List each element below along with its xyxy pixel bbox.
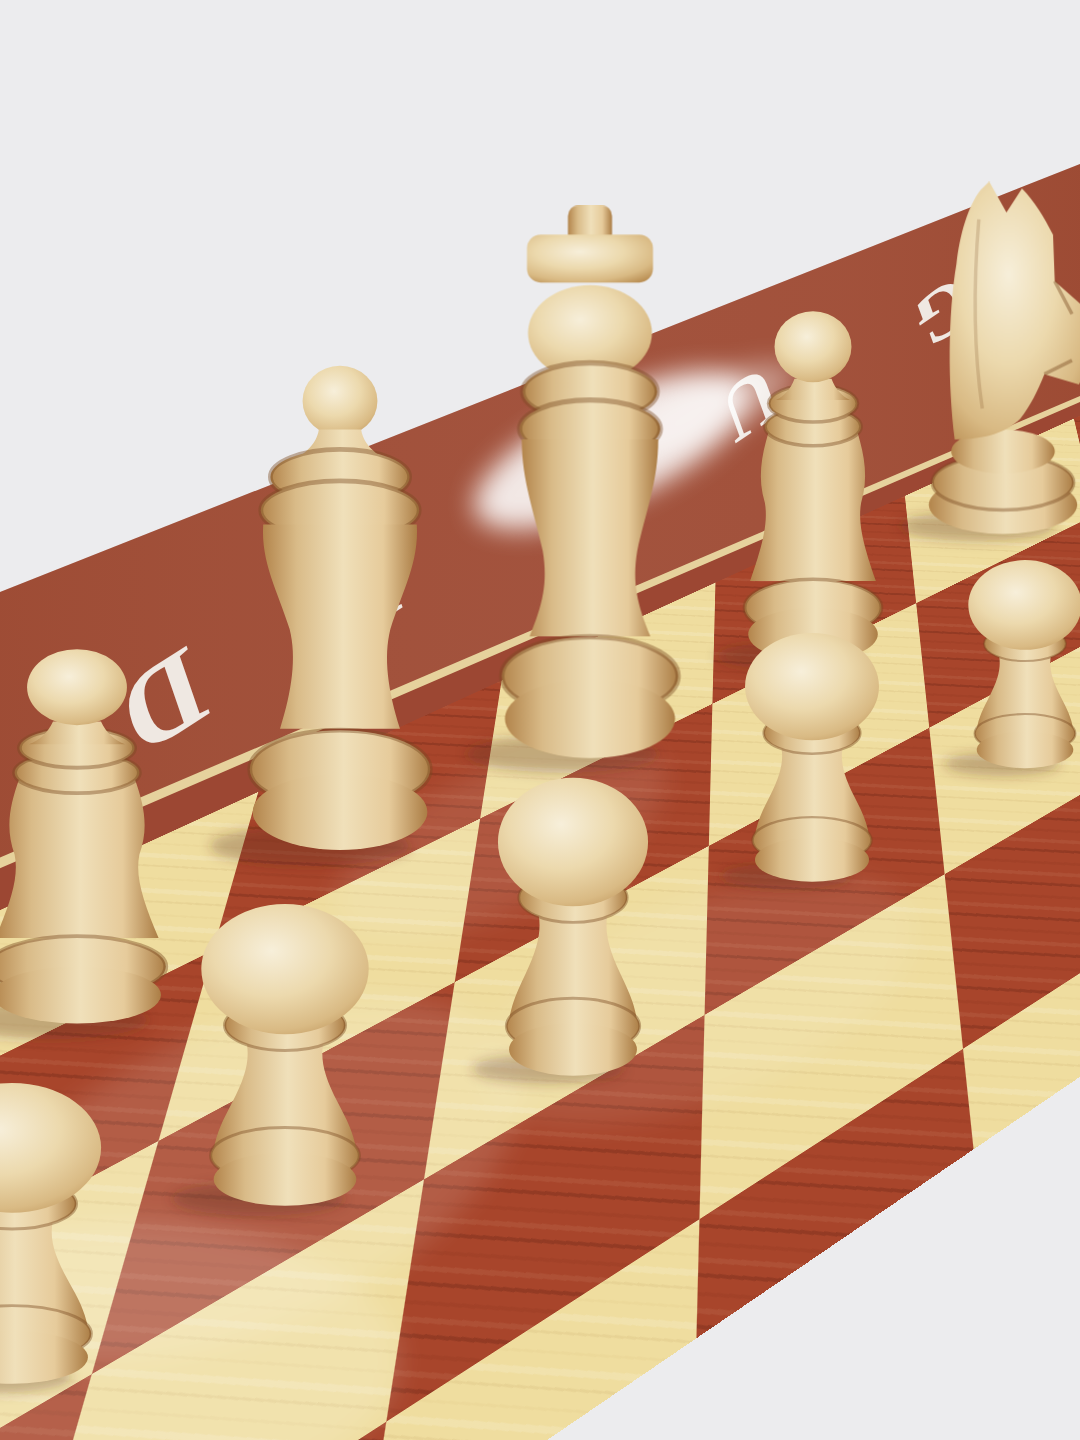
chess-set-product-photo: D R A U G H — [0, 0, 1080, 1440]
chessboard — [0, 280, 1080, 1440]
board-stage — [0, 0, 1080, 1440]
